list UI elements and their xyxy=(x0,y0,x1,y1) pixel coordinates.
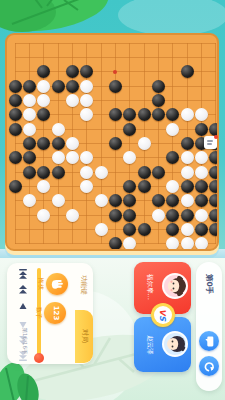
skip-back-icon[interactable] xyxy=(18,269,28,279)
chat-bubble-icon xyxy=(204,336,215,347)
stone-black xyxy=(166,151,179,164)
stone-black xyxy=(37,166,50,179)
stone-black xyxy=(37,65,50,78)
stone-black xyxy=(166,209,179,222)
stone-black xyxy=(209,166,219,179)
stone-black xyxy=(80,65,93,78)
avatar-girl xyxy=(162,273,188,299)
stone-black xyxy=(138,108,151,121)
stone-white xyxy=(95,194,108,207)
fast-back-icon[interactable] xyxy=(18,284,28,294)
stone-black xyxy=(138,166,151,179)
stone-black xyxy=(152,108,165,121)
stone-black xyxy=(37,137,50,150)
stone-white xyxy=(66,137,79,150)
stone-white xyxy=(195,237,208,250)
stone-white xyxy=(195,108,208,121)
stone-black xyxy=(109,194,122,207)
stone-black xyxy=(52,166,65,179)
stone-black xyxy=(195,180,208,193)
stone-white xyxy=(37,80,50,93)
stone-black xyxy=(166,194,179,207)
stone-white xyxy=(181,237,194,250)
stone-white xyxy=(166,123,179,136)
stone-white xyxy=(80,166,93,179)
stone-black xyxy=(9,151,22,164)
stone-white xyxy=(80,151,93,164)
stone-black xyxy=(52,137,65,150)
stone-black xyxy=(138,180,151,193)
stone-black xyxy=(123,123,136,136)
stone-black xyxy=(66,65,79,78)
stone-white xyxy=(195,209,208,222)
stone-black xyxy=(23,166,36,179)
stone-white xyxy=(80,80,93,93)
go-board[interactable] xyxy=(5,33,219,251)
undo-arrow-icon xyxy=(204,361,215,372)
stone-black xyxy=(181,209,194,222)
stone-white xyxy=(181,151,194,164)
stone-black xyxy=(152,166,165,179)
stone-black xyxy=(123,223,136,236)
stone-black xyxy=(166,223,179,236)
stone-black xyxy=(152,80,165,93)
stone-black xyxy=(181,180,194,193)
undo-move-label: 悔棋 xyxy=(38,278,44,290)
stone-black xyxy=(209,180,219,193)
stone-white xyxy=(181,223,194,236)
stone-black xyxy=(181,137,194,150)
avatar-boy xyxy=(162,331,188,357)
vs-badge: V S xyxy=(151,303,175,327)
stone-white xyxy=(52,123,65,136)
stone-black xyxy=(209,123,219,136)
stone-white xyxy=(23,94,36,107)
stone-white xyxy=(37,209,50,222)
stone-black xyxy=(9,123,22,136)
stone-black xyxy=(152,194,165,207)
stone-black xyxy=(9,180,22,193)
stone-black xyxy=(52,80,65,93)
step-back-icon[interactable] xyxy=(18,301,28,311)
count-stones-123: 123 xyxy=(52,306,59,321)
stone-black xyxy=(209,223,219,236)
stone-white xyxy=(23,194,36,207)
stone-white xyxy=(95,223,108,236)
control-panel: 对局 功能键 第16/16手 悔棋 xyxy=(7,263,93,364)
stone-white xyxy=(23,123,36,136)
stone-white xyxy=(37,180,50,193)
stone-black xyxy=(209,151,219,164)
stone-black xyxy=(209,209,219,222)
stone-white xyxy=(95,166,108,179)
stone-black xyxy=(23,137,36,150)
stone-black xyxy=(109,237,122,250)
stone-black xyxy=(152,94,165,107)
stone-white xyxy=(23,108,36,121)
stone-white xyxy=(195,151,208,164)
stone-black xyxy=(195,123,208,136)
stone-black xyxy=(123,209,136,222)
stone-white xyxy=(138,137,151,150)
stone-white xyxy=(181,166,194,179)
notification-badge[interactable] xyxy=(204,136,217,149)
undo-move-button[interactable] xyxy=(46,273,68,295)
stone-black xyxy=(109,108,122,121)
stone-black xyxy=(138,223,151,236)
undo-button[interactable] xyxy=(199,356,219,376)
count-stones-button[interactable]: 123 xyxy=(44,302,66,324)
stone-white xyxy=(195,166,208,179)
stone-black xyxy=(123,180,136,193)
stone-black xyxy=(9,80,22,93)
stone-black xyxy=(109,80,122,93)
stone-black xyxy=(23,80,36,93)
stone-black xyxy=(66,80,79,93)
stone-white xyxy=(52,194,65,207)
stone-black xyxy=(181,65,194,78)
player-red-name: 福尔摩… xyxy=(147,274,154,300)
stone-white xyxy=(181,108,194,121)
stone-white xyxy=(66,94,79,107)
move-counter: 第16/16手 xyxy=(21,328,27,355)
stone-black xyxy=(195,223,208,236)
chat-button[interactable] xyxy=(199,331,219,351)
stone-white xyxy=(181,194,194,207)
stone-black xyxy=(209,194,219,207)
stone-white xyxy=(166,237,179,250)
stone-black xyxy=(23,151,36,164)
stone-black xyxy=(109,137,122,150)
stone-black xyxy=(109,209,122,222)
stone-black xyxy=(9,108,22,121)
red-notification-dot xyxy=(214,135,218,139)
stone-black xyxy=(166,108,179,121)
vs-letter-s: S xyxy=(159,315,168,321)
stone-white xyxy=(66,151,79,164)
stone-black xyxy=(195,194,208,207)
stone-black xyxy=(123,108,136,121)
move-slider-knob[interactable] xyxy=(34,353,44,363)
tab-duiju-label[interactable]: 对局 xyxy=(81,329,88,343)
stone-white xyxy=(123,237,136,250)
player-blue-name: 赵云泽 xyxy=(147,335,154,355)
stone-white xyxy=(80,94,93,107)
stone-black xyxy=(123,194,136,207)
stone-white xyxy=(37,94,50,107)
stone-white xyxy=(152,209,165,222)
last-move-red-dot xyxy=(113,70,117,74)
tab-gongnengjian-label[interactable]: 功能键 xyxy=(81,275,88,295)
move-number-label: 第0手 xyxy=(205,274,213,294)
count-stones-label: 数子 xyxy=(36,307,42,319)
stone-black xyxy=(9,94,22,107)
stone-white xyxy=(166,180,179,193)
stone-black xyxy=(37,108,50,121)
stone-white xyxy=(52,151,65,164)
stone-white xyxy=(80,180,93,193)
hand-icon xyxy=(51,278,64,291)
stone-white xyxy=(66,209,79,222)
go-game-app: { "game": "go", "board": { "size": 15, "… xyxy=(0,0,225,400)
stone-white xyxy=(80,108,93,121)
stone-white xyxy=(123,151,136,164)
